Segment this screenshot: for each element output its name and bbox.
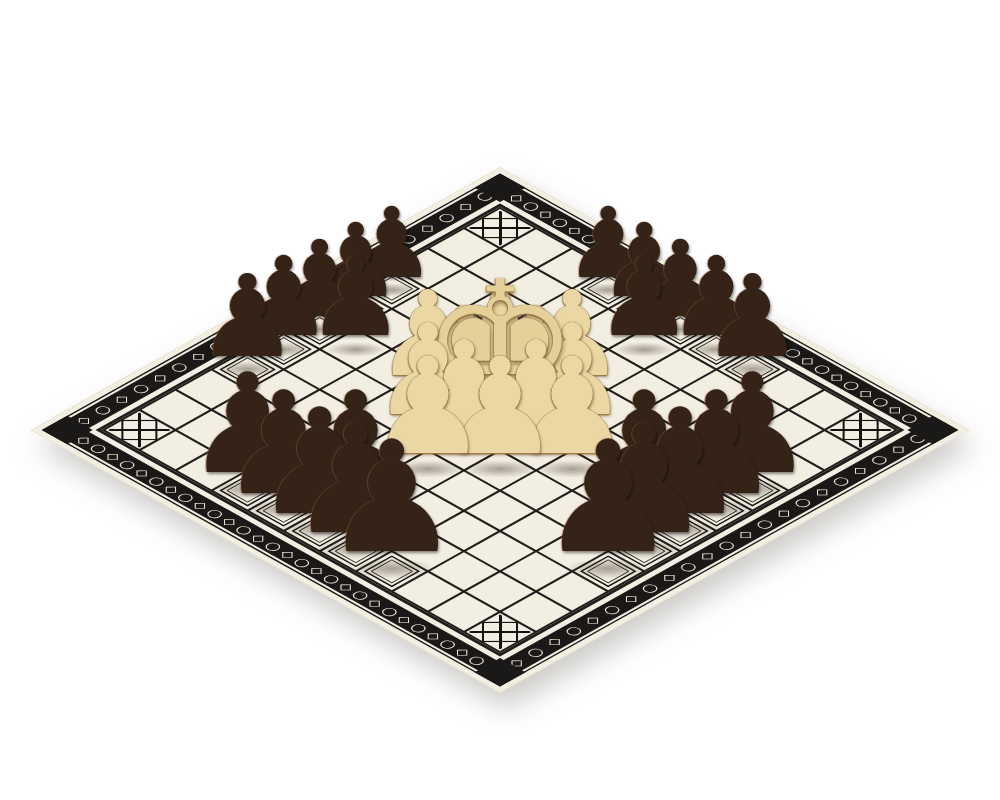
playing-area-frame <box>96 203 905 656</box>
board-shadow-wrapper: ◇○◇○◇○◇○◇○◇○◇○◇○◇○◇○◇○◇○◇○◇○◇○◇○◇○◇○◇○◇○… <box>0 0 1000 800</box>
product-photo-canvas: ◇○◇○◇○◇○◇○◇○◇○◇○◇○◇○◇○◇○◇○◇○◇○◇○◇○◇○◇○◇○… <box>0 0 1000 800</box>
hnefatafl-board-cloth: ◇○◇○◇○◇○◇○◇○◇○◇○◇○◇○◇○◇○◇○◇○◇○◇○◇○◇○◇○◇○… <box>30 167 969 693</box>
board-grid-11x11 <box>101 207 899 654</box>
